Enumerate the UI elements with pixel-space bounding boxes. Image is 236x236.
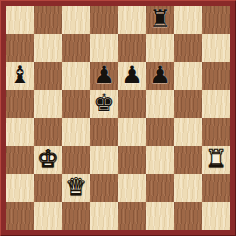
board-frame: ♜♝♟♟♟♚♚♜♛ bbox=[0, 0, 236, 236]
square-e6[interactable]: ♟ bbox=[118, 62, 146, 90]
square-d2[interactable] bbox=[90, 174, 118, 202]
square-e3[interactable] bbox=[118, 146, 146, 174]
white-queen-icon[interactable]: ♛ bbox=[65, 175, 87, 199]
square-h4[interactable] bbox=[202, 118, 230, 146]
square-d3[interactable] bbox=[90, 146, 118, 174]
square-c4[interactable] bbox=[62, 118, 90, 146]
square-f2[interactable] bbox=[146, 174, 174, 202]
square-a8[interactable] bbox=[6, 6, 34, 34]
square-b6[interactable] bbox=[34, 62, 62, 90]
square-c2[interactable]: ♛ bbox=[62, 174, 90, 202]
square-f8[interactable]: ♜ bbox=[146, 6, 174, 34]
black-pawn-icon[interactable]: ♟ bbox=[121, 63, 143, 87]
square-e4[interactable] bbox=[118, 118, 146, 146]
square-g2[interactable] bbox=[174, 174, 202, 202]
square-d5[interactable]: ♚ bbox=[90, 90, 118, 118]
square-g5[interactable] bbox=[174, 90, 202, 118]
square-b5[interactable] bbox=[34, 90, 62, 118]
square-a7[interactable] bbox=[6, 34, 34, 62]
square-g7[interactable] bbox=[174, 34, 202, 62]
square-h3[interactable]: ♜ bbox=[202, 146, 230, 174]
chess-board: ♜♝♟♟♟♚♚♜♛ bbox=[6, 6, 230, 230]
square-a3[interactable] bbox=[6, 146, 34, 174]
square-f3[interactable] bbox=[146, 146, 174, 174]
square-a4[interactable] bbox=[6, 118, 34, 146]
square-f1[interactable] bbox=[146, 202, 174, 230]
square-d6[interactable]: ♟ bbox=[90, 62, 118, 90]
black-king-icon[interactable]: ♚ bbox=[93, 91, 115, 115]
square-d8[interactable] bbox=[90, 6, 118, 34]
square-c7[interactable] bbox=[62, 34, 90, 62]
white-king-icon[interactable]: ♚ bbox=[37, 147, 59, 171]
square-f6[interactable]: ♟ bbox=[146, 62, 174, 90]
square-f7[interactable] bbox=[146, 34, 174, 62]
white-rook-icon[interactable]: ♜ bbox=[205, 147, 227, 171]
square-h2[interactable] bbox=[202, 174, 230, 202]
square-b4[interactable] bbox=[34, 118, 62, 146]
square-h7[interactable] bbox=[202, 34, 230, 62]
square-d7[interactable] bbox=[90, 34, 118, 62]
square-g4[interactable] bbox=[174, 118, 202, 146]
square-a1[interactable] bbox=[6, 202, 34, 230]
black-bishop-icon[interactable]: ♝ bbox=[9, 63, 31, 87]
square-d1[interactable] bbox=[90, 202, 118, 230]
square-a6[interactable]: ♝ bbox=[6, 62, 34, 90]
square-f4[interactable] bbox=[146, 118, 174, 146]
square-h1[interactable] bbox=[202, 202, 230, 230]
square-e5[interactable] bbox=[118, 90, 146, 118]
black-pawn-icon[interactable]: ♟ bbox=[93, 63, 115, 87]
square-c1[interactable] bbox=[62, 202, 90, 230]
square-g6[interactable] bbox=[174, 62, 202, 90]
square-f5[interactable] bbox=[146, 90, 174, 118]
square-a2[interactable] bbox=[6, 174, 34, 202]
square-g3[interactable] bbox=[174, 146, 202, 174]
black-rook-icon[interactable]: ♜ bbox=[149, 7, 171, 31]
square-b1[interactable] bbox=[34, 202, 62, 230]
square-c6[interactable] bbox=[62, 62, 90, 90]
square-c3[interactable] bbox=[62, 146, 90, 174]
square-b8[interactable] bbox=[34, 6, 62, 34]
square-e1[interactable] bbox=[118, 202, 146, 230]
square-b7[interactable] bbox=[34, 34, 62, 62]
square-b3[interactable]: ♚ bbox=[34, 146, 62, 174]
square-h5[interactable] bbox=[202, 90, 230, 118]
square-e7[interactable] bbox=[118, 34, 146, 62]
square-e8[interactable] bbox=[118, 6, 146, 34]
square-g8[interactable] bbox=[174, 6, 202, 34]
square-a5[interactable] bbox=[6, 90, 34, 118]
square-c5[interactable] bbox=[62, 90, 90, 118]
square-b2[interactable] bbox=[34, 174, 62, 202]
square-h8[interactable] bbox=[202, 6, 230, 34]
square-h6[interactable] bbox=[202, 62, 230, 90]
square-d4[interactable] bbox=[90, 118, 118, 146]
square-e2[interactable] bbox=[118, 174, 146, 202]
black-pawn-icon[interactable]: ♟ bbox=[149, 63, 171, 87]
square-c8[interactable] bbox=[62, 6, 90, 34]
square-g1[interactable] bbox=[174, 202, 202, 230]
